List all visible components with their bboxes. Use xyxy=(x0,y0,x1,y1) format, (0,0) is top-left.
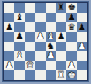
square-b4[interactable] xyxy=(14,42,24,52)
piece-white-king-g1[interactable]: ♚ xyxy=(67,70,75,79)
square-e6[interactable] xyxy=(46,22,56,32)
piece-black-pawn-a6[interactable]: ♟ xyxy=(5,22,13,31)
piece-white-pawn-e3[interactable]: ♟ xyxy=(47,51,55,60)
square-b3[interactable]: ♝ xyxy=(14,51,24,61)
square-d3[interactable] xyxy=(35,51,45,61)
square-b6[interactable] xyxy=(14,22,24,32)
square-d1[interactable] xyxy=(35,70,45,80)
square-c1[interactable] xyxy=(25,70,35,80)
square-a3[interactable] xyxy=(4,51,14,61)
piece-black-pawn-f5[interactable]: ♟ xyxy=(57,32,65,41)
piece-black-bishop-b7[interactable]: ♝ xyxy=(16,13,24,22)
square-e3[interactable]: ♟ xyxy=(46,51,56,61)
square-g2[interactable]: ♟ xyxy=(66,61,76,71)
square-d2[interactable] xyxy=(35,61,45,71)
square-a8[interactable] xyxy=(4,3,14,13)
square-b7[interactable]: ♝ xyxy=(14,13,24,23)
square-a1[interactable] xyxy=(4,70,14,80)
square-e7[interactable] xyxy=(46,13,56,23)
square-a6[interactable]: ♟ xyxy=(4,22,14,32)
square-h7[interactable] xyxy=(77,13,87,23)
piece-black-pawn-b5[interactable]: ♟ xyxy=(16,32,24,41)
square-c3[interactable] xyxy=(25,51,35,61)
square-c4[interactable] xyxy=(25,42,35,52)
square-b2[interactable] xyxy=(14,61,24,71)
square-b8[interactable] xyxy=(14,3,24,13)
square-h4[interactable]: ♟ xyxy=(77,42,87,52)
piece-black-pawn-g7[interactable]: ♟ xyxy=(67,13,75,22)
square-e4[interactable]: ♞ xyxy=(46,42,56,52)
piece-white-bishop-e5[interactable]: ♝ xyxy=(47,32,55,41)
square-e2[interactable] xyxy=(46,61,56,71)
square-g7[interactable]: ♟ xyxy=(66,13,76,23)
chess-board: ♜♚♝♟♟♛♟♟♟♝♟♞♟♝♟♟♛♟♜♚ xyxy=(3,2,88,81)
square-d6[interactable] xyxy=(35,22,45,32)
square-g3[interactable] xyxy=(66,51,76,61)
square-h2[interactable] xyxy=(77,61,87,71)
square-h1[interactable] xyxy=(77,70,87,80)
piece-white-pawn-a2[interactable]: ♟ xyxy=(5,61,13,70)
square-h8[interactable] xyxy=(77,3,87,13)
square-d7[interactable] xyxy=(35,13,45,23)
piece-black-pawn-h6[interactable]: ♟ xyxy=(78,22,86,31)
square-h6[interactable]: ♟ xyxy=(77,22,87,32)
square-h3[interactable] xyxy=(77,51,87,61)
piece-white-bishop-b3[interactable]: ♝ xyxy=(16,51,24,60)
square-c8[interactable] xyxy=(25,3,35,13)
square-e5[interactable]: ♝ xyxy=(46,32,56,42)
square-a7[interactable] xyxy=(4,13,14,23)
square-c7[interactable] xyxy=(25,13,35,23)
square-h5[interactable] xyxy=(77,32,87,42)
piece-black-king-g8[interactable]: ♚ xyxy=(67,3,75,12)
square-e1[interactable] xyxy=(46,70,56,80)
square-a4[interactable] xyxy=(4,42,14,52)
square-c2[interactable]: ♛ xyxy=(25,61,35,71)
square-f3[interactable] xyxy=(56,51,66,61)
chess-diagram-frame: ♜♚♝♟♟♛♟♟♟♝♟♞♟♝♟♟♛♟♜♚ xyxy=(0,0,91,84)
square-d5[interactable]: ♟ xyxy=(35,32,45,42)
piece-black-rook-f8[interactable]: ♜ xyxy=(57,3,65,12)
square-a5[interactable] xyxy=(4,32,14,42)
square-g4[interactable] xyxy=(66,42,76,52)
piece-white-pawn-h4[interactable]: ♟ xyxy=(78,42,86,51)
square-e8[interactable] xyxy=(46,3,56,13)
square-f4[interactable] xyxy=(56,42,66,52)
piece-black-knight-e4[interactable]: ♞ xyxy=(47,42,55,51)
square-f8[interactable]: ♜ xyxy=(56,3,66,13)
square-g8[interactable]: ♚ xyxy=(66,3,76,13)
square-f7[interactable] xyxy=(56,13,66,23)
piece-white-pawn-d5[interactable]: ♟ xyxy=(36,32,44,41)
square-a2[interactable]: ♟ xyxy=(4,61,14,71)
square-f1[interactable]: ♜ xyxy=(56,70,66,80)
square-d4[interactable] xyxy=(35,42,45,52)
square-c6[interactable] xyxy=(25,22,35,32)
square-f6[interactable] xyxy=(56,22,66,32)
square-f5[interactable]: ♟ xyxy=(56,32,66,42)
piece-white-rook-f1[interactable]: ♜ xyxy=(57,70,65,79)
square-g6[interactable]: ♛ xyxy=(66,22,76,32)
piece-white-pawn-g2[interactable]: ♟ xyxy=(67,61,75,70)
piece-black-queen-g6[interactable]: ♛ xyxy=(67,22,75,31)
square-c5[interactable] xyxy=(25,32,35,42)
square-f2[interactable] xyxy=(56,61,66,71)
square-d8[interactable] xyxy=(35,3,45,13)
square-b1[interactable] xyxy=(14,70,24,80)
piece-white-queen-c2[interactable]: ♛ xyxy=(26,61,34,70)
square-b5[interactable]: ♟ xyxy=(14,32,24,42)
square-g1[interactable]: ♚ xyxy=(66,70,76,80)
square-g5[interactable] xyxy=(66,32,76,42)
